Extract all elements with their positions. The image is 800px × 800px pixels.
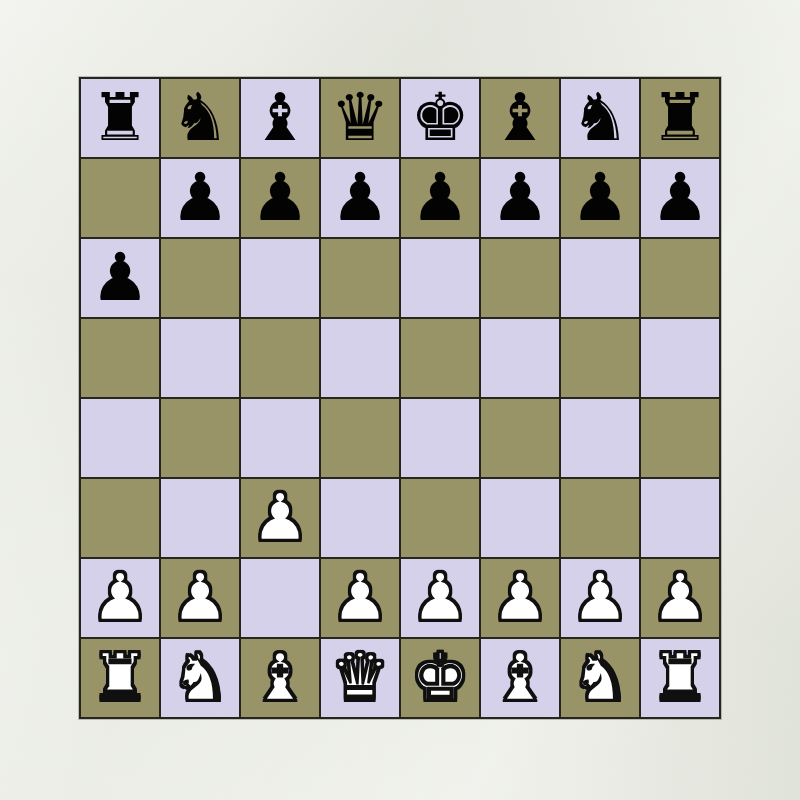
square-f6[interactable] — [481, 239, 559, 317]
piece-black-king-e8[interactable]: ♚ — [410, 79, 469, 157]
piece-black-pawn-e7[interactable]: ♟ — [410, 159, 469, 237]
square-a4[interactable] — [81, 399, 159, 477]
square-b4[interactable] — [161, 399, 239, 477]
square-a8[interactable]: ♜ — [81, 79, 159, 157]
square-f8[interactable]: ♝ — [481, 79, 559, 157]
square-g7[interactable]: ♟ — [561, 159, 639, 237]
page-background: { "game": "chess", "position": { "fen": … — [0, 0, 800, 800]
piece-black-knight-b8[interactable]: ♞ — [170, 79, 229, 157]
square-c2[interactable] — [241, 559, 319, 637]
square-e2[interactable]: ♟ — [401, 559, 479, 637]
square-h7[interactable]: ♟ — [641, 159, 719, 237]
square-c6[interactable] — [241, 239, 319, 317]
piece-white-pawn-a2[interactable]: ♟ — [90, 559, 149, 637]
piece-white-pawn-c3[interactable]: ♟ — [250, 479, 309, 557]
piece-black-pawn-f7[interactable]: ♟ — [490, 159, 549, 237]
piece-black-bishop-c8[interactable]: ♝ — [250, 79, 309, 157]
square-f2[interactable]: ♟ — [481, 559, 559, 637]
square-f7[interactable]: ♟ — [481, 159, 559, 237]
square-g3[interactable] — [561, 479, 639, 557]
square-a5[interactable] — [81, 319, 159, 397]
square-c1[interactable]: ♝ — [241, 639, 319, 717]
square-b5[interactable] — [161, 319, 239, 397]
square-d4[interactable] — [321, 399, 399, 477]
square-f1[interactable]: ♝ — [481, 639, 559, 717]
square-h2[interactable]: ♟ — [641, 559, 719, 637]
square-d6[interactable] — [321, 239, 399, 317]
square-h3[interactable] — [641, 479, 719, 557]
square-f5[interactable] — [481, 319, 559, 397]
square-c8[interactable]: ♝ — [241, 79, 319, 157]
square-d2[interactable]: ♟ — [321, 559, 399, 637]
square-d3[interactable] — [321, 479, 399, 557]
square-h6[interactable] — [641, 239, 719, 317]
square-c5[interactable] — [241, 319, 319, 397]
piece-white-rook-a1[interactable]: ♜ — [90, 639, 149, 717]
piece-white-queen-d1[interactable]: ♛ — [330, 639, 389, 717]
square-e3[interactable] — [401, 479, 479, 557]
square-a2[interactable]: ♟ — [81, 559, 159, 637]
piece-black-pawn-a6[interactable]: ♟ — [90, 239, 149, 317]
square-g6[interactable] — [561, 239, 639, 317]
piece-white-pawn-h2[interactable]: ♟ — [650, 559, 709, 637]
square-e4[interactable] — [401, 399, 479, 477]
square-g2[interactable]: ♟ — [561, 559, 639, 637]
square-a3[interactable] — [81, 479, 159, 557]
piece-white-pawn-d2[interactable]: ♟ — [330, 559, 389, 637]
square-e5[interactable] — [401, 319, 479, 397]
square-h5[interactable] — [641, 319, 719, 397]
piece-white-bishop-f1[interactable]: ♝ — [490, 639, 549, 717]
square-b7[interactable]: ♟ — [161, 159, 239, 237]
piece-white-pawn-b2[interactable]: ♟ — [170, 559, 229, 637]
piece-white-pawn-e2[interactable]: ♟ — [410, 559, 469, 637]
square-c4[interactable] — [241, 399, 319, 477]
piece-white-king-e1[interactable]: ♚ — [410, 639, 469, 717]
square-d8[interactable]: ♛ — [321, 79, 399, 157]
square-f3[interactable] — [481, 479, 559, 557]
piece-black-bishop-f8[interactable]: ♝ — [490, 79, 549, 157]
square-d7[interactable]: ♟ — [321, 159, 399, 237]
square-b6[interactable] — [161, 239, 239, 317]
piece-white-pawn-f2[interactable]: ♟ — [490, 559, 549, 637]
piece-black-pawn-d7[interactable]: ♟ — [330, 159, 389, 237]
piece-black-rook-h8[interactable]: ♜ — [650, 79, 709, 157]
square-a1[interactable]: ♜ — [81, 639, 159, 717]
square-g1[interactable]: ♞ — [561, 639, 639, 717]
piece-white-rook-h1[interactable]: ♜ — [650, 639, 709, 717]
square-g5[interactable] — [561, 319, 639, 397]
square-e1[interactable]: ♚ — [401, 639, 479, 717]
square-d1[interactable]: ♛ — [321, 639, 399, 717]
piece-white-pawn-g2[interactable]: ♟ — [570, 559, 629, 637]
square-g8[interactable]: ♞ — [561, 79, 639, 157]
square-h8[interactable]: ♜ — [641, 79, 719, 157]
piece-black-rook-a8[interactable]: ♜ — [90, 79, 149, 157]
square-c7[interactable]: ♟ — [241, 159, 319, 237]
square-b1[interactable]: ♞ — [161, 639, 239, 717]
piece-white-bishop-c1[interactable]: ♝ — [250, 639, 309, 717]
piece-black-knight-g8[interactable]: ♞ — [570, 79, 629, 157]
chess-board: ♜♞♝♛♚♝♞♜♟♟♟♟♟♟♟♟♟♟♟♟♟♟♟♟♜♞♝♛♚♝♞♜ — [79, 77, 721, 719]
piece-white-knight-b1[interactable]: ♞ — [170, 639, 229, 717]
square-b8[interactable]: ♞ — [161, 79, 239, 157]
piece-black-pawn-g7[interactable]: ♟ — [570, 159, 629, 237]
square-e8[interactable]: ♚ — [401, 79, 479, 157]
square-b3[interactable] — [161, 479, 239, 557]
square-f4[interactable] — [481, 399, 559, 477]
square-e6[interactable] — [401, 239, 479, 317]
square-d5[interactable] — [321, 319, 399, 397]
piece-black-pawn-c7[interactable]: ♟ — [250, 159, 309, 237]
square-h1[interactable]: ♜ — [641, 639, 719, 717]
piece-black-pawn-b7[interactable]: ♟ — [170, 159, 229, 237]
square-a6[interactable]: ♟ — [81, 239, 159, 317]
square-b2[interactable]: ♟ — [161, 559, 239, 637]
square-a7[interactable] — [81, 159, 159, 237]
square-e7[interactable]: ♟ — [401, 159, 479, 237]
square-c3[interactable]: ♟ — [241, 479, 319, 557]
piece-white-knight-g1[interactable]: ♞ — [570, 639, 629, 717]
piece-black-pawn-h7[interactable]: ♟ — [650, 159, 709, 237]
square-h4[interactable] — [641, 399, 719, 477]
square-g4[interactable] — [561, 399, 639, 477]
piece-black-queen-d8[interactable]: ♛ — [330, 79, 389, 157]
